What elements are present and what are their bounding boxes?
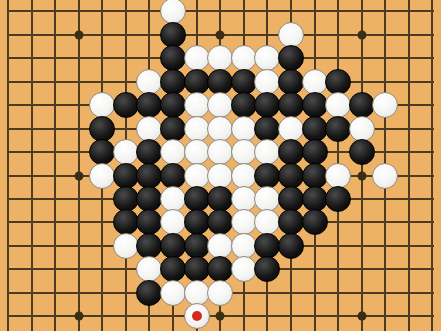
black-stone[interactable]	[254, 256, 280, 282]
black-stone[interactable]	[349, 92, 375, 118]
go-board	[0, 0, 441, 331]
white-stone[interactable]	[254, 139, 280, 165]
white-stone[interactable]	[231, 163, 257, 189]
black-stone[interactable]	[325, 69, 351, 95]
white-stone[interactable]	[254, 45, 280, 71]
black-stone[interactable]	[136, 209, 162, 235]
black-stone[interactable]	[184, 69, 210, 95]
black-stone[interactable]	[184, 186, 210, 212]
white-stone[interactable]	[207, 280, 233, 306]
white-stone[interactable]	[160, 209, 186, 235]
black-stone[interactable]	[278, 163, 304, 189]
black-stone[interactable]	[184, 209, 210, 235]
grid-vline	[7, 0, 9, 331]
black-stone[interactable]	[136, 186, 162, 212]
black-stone[interactable]	[325, 116, 351, 142]
black-stone[interactable]	[302, 186, 328, 212]
white-stone[interactable]	[254, 209, 280, 235]
black-stone[interactable]	[302, 209, 328, 235]
white-stone[interactable]	[207, 233, 233, 259]
white-stone[interactable]	[372, 163, 398, 189]
black-stone[interactable]	[302, 92, 328, 118]
grid-vline	[431, 0, 433, 331]
black-stone[interactable]	[207, 69, 233, 95]
white-stone[interactable]	[113, 139, 139, 165]
white-stone[interactable]	[136, 116, 162, 142]
grid-vline	[54, 0, 56, 331]
white-stone[interactable]	[207, 163, 233, 189]
black-stone[interactable]	[278, 186, 304, 212]
white-stone[interactable]	[184, 163, 210, 189]
white-stone[interactable]	[207, 45, 233, 71]
white-stone[interactable]	[184, 303, 210, 329]
black-stone[interactable]	[278, 69, 304, 95]
black-stone[interactable]	[302, 163, 328, 189]
black-stone[interactable]	[113, 209, 139, 235]
white-stone[interactable]	[302, 69, 328, 95]
black-stone[interactable]	[113, 186, 139, 212]
white-stone[interactable]	[89, 92, 115, 118]
black-stone[interactable]	[160, 233, 186, 259]
grid-vline	[361, 0, 363, 331]
black-stone[interactable]	[278, 139, 304, 165]
black-stone[interactable]	[207, 209, 233, 235]
hoshi-dot	[216, 312, 225, 321]
white-stone[interactable]	[160, 0, 186, 24]
white-stone[interactable]	[372, 92, 398, 118]
black-stone[interactable]	[231, 92, 257, 118]
black-stone[interactable]	[160, 116, 186, 142]
black-stone[interactable]	[136, 92, 162, 118]
white-stone[interactable]	[349, 116, 375, 142]
white-stone[interactable]	[160, 139, 186, 165]
hoshi-dot	[216, 30, 225, 39]
white-stone[interactable]	[231, 139, 257, 165]
white-stone[interactable]	[207, 139, 233, 165]
black-stone[interactable]	[136, 139, 162, 165]
white-stone[interactable]	[184, 92, 210, 118]
white-stone[interactable]	[231, 209, 257, 235]
white-stone[interactable]	[231, 116, 257, 142]
hoshi-dot	[74, 30, 83, 39]
black-stone[interactable]	[160, 69, 186, 95]
black-stone[interactable]	[113, 92, 139, 118]
white-stone[interactable]	[207, 92, 233, 118]
white-stone[interactable]	[231, 45, 257, 71]
black-stone[interactable]	[278, 209, 304, 235]
black-stone[interactable]	[349, 139, 375, 165]
white-stone[interactable]	[231, 233, 257, 259]
black-stone[interactable]	[136, 280, 162, 306]
black-stone[interactable]	[254, 233, 280, 259]
grid-vline	[408, 0, 410, 331]
black-stone[interactable]	[278, 233, 304, 259]
white-stone[interactable]	[184, 139, 210, 165]
white-stone[interactable]	[254, 69, 280, 95]
black-stone[interactable]	[160, 45, 186, 71]
hoshi-dot	[357, 171, 366, 180]
black-stone[interactable]	[302, 116, 328, 142]
hoshi-dot	[357, 312, 366, 321]
black-stone[interactable]	[160, 256, 186, 282]
white-stone[interactable]	[231, 256, 257, 282]
white-stone[interactable]	[184, 280, 210, 306]
black-stone[interactable]	[325, 186, 351, 212]
white-stone[interactable]	[231, 186, 257, 212]
white-stone[interactable]	[278, 22, 304, 48]
white-stone[interactable]	[160, 280, 186, 306]
hoshi-dot	[74, 171, 83, 180]
last-move-marker	[192, 311, 202, 321]
white-stone[interactable]	[325, 163, 351, 189]
white-stone[interactable]	[325, 92, 351, 118]
white-stone[interactable]	[254, 186, 280, 212]
black-stone[interactable]	[254, 163, 280, 189]
black-stone[interactable]	[113, 163, 139, 189]
black-stone[interactable]	[207, 256, 233, 282]
white-stone[interactable]	[207, 116, 233, 142]
white-stone[interactable]	[184, 116, 210, 142]
black-stone[interactable]	[278, 45, 304, 71]
white-stone[interactable]	[136, 69, 162, 95]
black-stone[interactable]	[207, 186, 233, 212]
grid-hline	[7, 10, 434, 12]
black-stone[interactable]	[254, 116, 280, 142]
black-stone[interactable]	[254, 92, 280, 118]
black-stone[interactable]	[231, 69, 257, 95]
white-stone[interactable]	[278, 116, 304, 142]
black-stone[interactable]	[160, 22, 186, 48]
black-stone[interactable]	[160, 163, 186, 189]
white-stone[interactable]	[160, 186, 186, 212]
black-stone[interactable]	[136, 163, 162, 189]
black-stone[interactable]	[184, 233, 210, 259]
white-stone[interactable]	[113, 233, 139, 259]
black-stone[interactable]	[89, 139, 115, 165]
white-stone[interactable]	[184, 45, 210, 71]
black-stone[interactable]	[136, 233, 162, 259]
white-stone[interactable]	[89, 163, 115, 189]
black-stone[interactable]	[302, 139, 328, 165]
grid-vline	[31, 0, 33, 331]
black-stone[interactable]	[184, 256, 210, 282]
white-stone[interactable]	[136, 256, 162, 282]
black-stone[interactable]	[278, 92, 304, 118]
hoshi-dot	[357, 30, 366, 39]
grid-vline	[78, 0, 80, 331]
black-stone[interactable]	[89, 116, 115, 142]
black-stone[interactable]	[160, 92, 186, 118]
hoshi-dot	[74, 312, 83, 321]
